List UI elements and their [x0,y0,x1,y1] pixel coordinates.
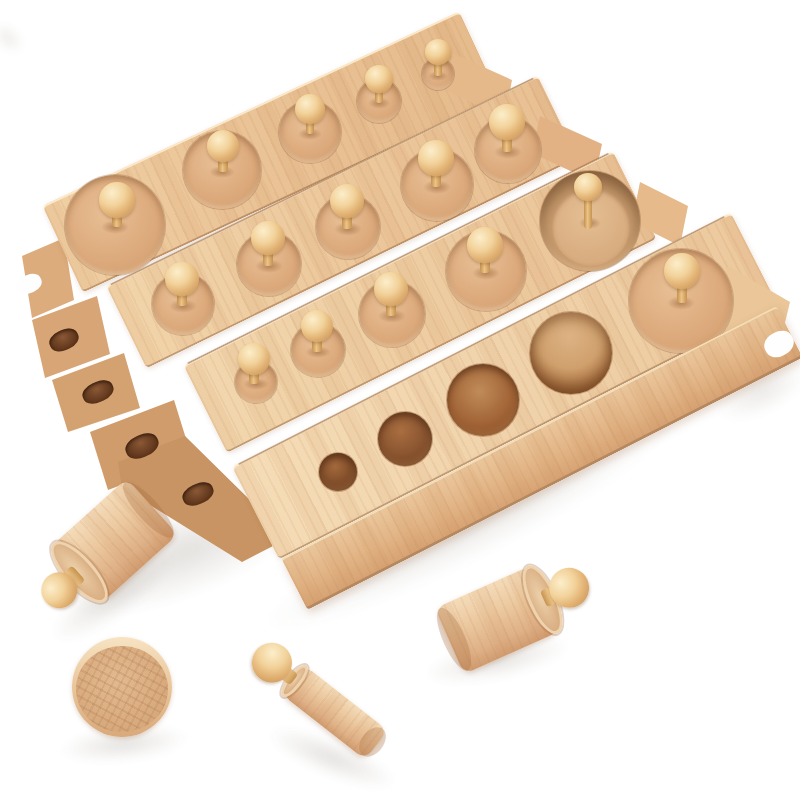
knob-block-4-socket-5[interactable] [664,253,700,289]
block-4-socket-1[interactable] [319,453,357,491]
loose-cylinder-medium-large-end-grain-face [76,646,168,732]
loose-cylinder-medium-large[interactable] [72,637,172,737]
block-4-socket-3[interactable] [447,364,519,436]
montessori-cylinder-blocks-scene: Montessori knobbed cylinder blocks (wood… [0,0,800,800]
block-4-socket-4[interactable] [530,312,612,394]
block-4-socket-2[interactable] [378,412,432,466]
